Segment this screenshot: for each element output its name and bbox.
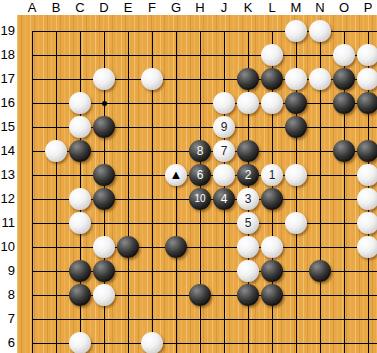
stone-P12[interactable]: [357, 188, 377, 210]
column-label-H: H: [191, 0, 209, 15]
stone-C15[interactable]: [69, 116, 91, 138]
stone-H8[interactable]: [189, 284, 211, 306]
move-number: 10: [194, 194, 205, 204]
move-number: 5: [245, 217, 252, 229]
stone-G13[interactable]: ▲: [165, 164, 187, 186]
stone-E10[interactable]: [117, 236, 139, 258]
stone-M19[interactable]: [285, 20, 307, 42]
column-label-G: G: [167, 0, 185, 15]
stone-B14[interactable]: [45, 140, 67, 162]
stone-D10[interactable]: [93, 236, 115, 258]
triangle-mark-icon: ▲: [170, 168, 183, 181]
row-label-7: 7: [0, 311, 15, 327]
row-label-10: 10: [0, 239, 15, 255]
stone-C11[interactable]: [69, 212, 91, 234]
stone-C16[interactable]: [69, 92, 91, 114]
stone-P17[interactable]: [357, 68, 377, 90]
stone-L17[interactable]: [261, 68, 283, 90]
stone-N19[interactable]: [309, 20, 331, 42]
stone-M11[interactable]: [285, 212, 307, 234]
stone-J13[interactable]: [213, 164, 235, 186]
move-number: 4: [221, 193, 228, 205]
column-label-J: J: [215, 0, 233, 15]
move-number: 8: [197, 145, 204, 157]
stone-M15[interactable]: [285, 116, 307, 138]
row-label-17: 17: [0, 71, 15, 87]
column-label-L: L: [263, 0, 281, 15]
row-label-14: 14: [0, 143, 15, 159]
stone-K9[interactable]: [237, 260, 259, 282]
stone-M16[interactable]: [285, 92, 307, 114]
stone-J12[interactable]: 4: [213, 188, 235, 210]
row-label-19: 19: [0, 23, 15, 39]
column-label-B: B: [47, 0, 65, 15]
grid-line-row-10: [32, 247, 377, 248]
stone-O17[interactable]: [333, 68, 355, 90]
stone-P18[interactable]: [357, 44, 377, 66]
stone-K10[interactable]: [237, 236, 259, 258]
move-number: 3: [245, 193, 252, 205]
stone-H13[interactable]: 6: [189, 164, 211, 186]
column-label-E: E: [119, 0, 137, 15]
column-label-N: N: [311, 0, 329, 15]
stone-K17[interactable]: [237, 68, 259, 90]
stone-L13[interactable]: 1: [261, 164, 283, 186]
stone-K11[interactable]: 5: [237, 212, 259, 234]
stone-O16[interactable]: [333, 92, 355, 114]
stone-F17[interactable]: [141, 68, 163, 90]
stone-M17[interactable]: [285, 68, 307, 90]
grid-line-row-18: [32, 55, 377, 56]
stone-L9[interactable]: [261, 260, 283, 282]
move-number: 2: [245, 169, 252, 181]
stone-F6[interactable]: [141, 332, 163, 353]
stone-C12[interactable]: [69, 188, 91, 210]
row-label-8: 8: [0, 287, 15, 303]
stone-P14[interactable]: [357, 140, 377, 162]
stone-K8[interactable]: [237, 284, 259, 306]
stone-L10[interactable]: [261, 236, 283, 258]
row-label-6: 6: [0, 335, 15, 351]
stone-P13[interactable]: [357, 164, 377, 186]
column-label-A: A: [23, 0, 41, 15]
column-label-K: K: [239, 0, 257, 15]
stone-C14[interactable]: [69, 140, 91, 162]
row-label-16: 16: [0, 95, 15, 111]
move-number: 7: [221, 145, 228, 157]
stone-K14[interactable]: [237, 140, 259, 162]
column-label-C: C: [71, 0, 89, 15]
stone-P10[interactable]: [357, 236, 377, 258]
move-number: 6: [197, 169, 204, 181]
stone-D15[interactable]: [93, 116, 115, 138]
stone-D12[interactable]: [93, 188, 115, 210]
stone-L18[interactable]: [261, 44, 283, 66]
stone-M13[interactable]: [285, 164, 307, 186]
stone-C8[interactable]: [69, 284, 91, 306]
stone-K12[interactable]: 3: [237, 188, 259, 210]
stone-O14[interactable]: [333, 140, 355, 162]
stone-G10[interactable]: [165, 236, 187, 258]
stone-J15[interactable]: 9: [213, 116, 235, 138]
star-point-D16: [102, 101, 107, 106]
column-label-M: M: [287, 0, 305, 15]
row-label-13: 13: [0, 167, 15, 183]
stone-P16[interactable]: [357, 92, 377, 114]
row-label-9: 9: [0, 263, 15, 279]
stone-N17[interactable]: [309, 68, 331, 90]
stone-J14[interactable]: 7: [213, 140, 235, 162]
stone-L12[interactable]: [261, 188, 283, 210]
stone-K16[interactable]: [237, 92, 259, 114]
column-label-P: P: [359, 0, 377, 15]
stone-N9[interactable]: [309, 260, 331, 282]
column-label-F: F: [143, 0, 161, 15]
grid-line-row-7: [32, 319, 377, 320]
stone-D8[interactable]: [93, 284, 115, 306]
go-diagram: ABCDEFGHJKLMNOP1918171615141312111098769…: [0, 0, 377, 353]
stone-D9[interactable]: [93, 260, 115, 282]
stone-L8[interactable]: [261, 284, 283, 306]
move-number: 1: [269, 169, 276, 181]
row-label-12: 12: [0, 191, 15, 207]
column-label-O: O: [335, 0, 353, 15]
move-number: 9: [221, 121, 228, 133]
stone-H14[interactable]: 8: [189, 140, 211, 162]
row-label-11: 11: [0, 215, 15, 231]
stone-K13[interactable]: 2: [237, 164, 259, 186]
stone-O18[interactable]: [333, 44, 355, 66]
stone-P11[interactable]: [357, 212, 377, 234]
stone-C9[interactable]: [69, 260, 91, 282]
stone-D13[interactable]: [93, 164, 115, 186]
stone-H12[interactable]: 10: [189, 188, 211, 210]
stone-D17[interactable]: [93, 68, 115, 90]
stone-C6[interactable]: [69, 332, 91, 353]
column-label-D: D: [95, 0, 113, 15]
row-label-18: 18: [0, 47, 15, 63]
stone-L16[interactable]: [261, 92, 283, 114]
row-label-15: 15: [0, 119, 15, 135]
stone-J16[interactable]: [213, 92, 235, 114]
